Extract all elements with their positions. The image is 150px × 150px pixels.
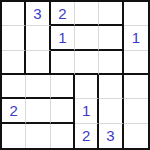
given-digit: 3	[33, 6, 41, 21]
cell-r6c1[interactable]	[2, 124, 26, 148]
given-digit: 2	[82, 128, 90, 143]
cell-r4c5[interactable]	[99, 75, 123, 99]
given-digit: 2	[9, 103, 17, 118]
cell-r6c5[interactable]: 3	[99, 124, 123, 148]
cell-r1c6[interactable]	[124, 2, 148, 26]
cell-r6c6[interactable]	[124, 124, 148, 148]
given-digit: 2	[58, 6, 66, 21]
cell-r4c4[interactable]	[75, 75, 99, 99]
cell-r6c2[interactable]	[26, 124, 50, 148]
cell-r6c3[interactable]	[51, 124, 75, 148]
puzzle-board: 32112123	[0, 0, 150, 150]
cell-r1c1[interactable]	[2, 2, 26, 26]
cell-r2c4[interactable]	[75, 26, 99, 50]
given-digit: 1	[58, 30, 66, 45]
cell-r4c1[interactable]	[2, 75, 26, 99]
cell-r1c2[interactable]: 3	[26, 2, 50, 26]
cell-r5c1[interactable]: 2	[2, 99, 26, 123]
cell-r1c5[interactable]	[99, 2, 123, 26]
cell-r2c2[interactable]	[26, 26, 50, 50]
given-digit: 1	[82, 103, 90, 118]
cell-r5c6[interactable]	[124, 99, 148, 123]
given-digit: 3	[106, 128, 114, 143]
cell-r5c5[interactable]	[99, 99, 123, 123]
cell-r2c1[interactable]	[2, 26, 26, 50]
cell-r3c2[interactable]	[26, 51, 50, 75]
cell-r3c3[interactable]	[51, 51, 75, 75]
cell-r5c2[interactable]	[26, 99, 50, 123]
cell-r3c5[interactable]	[99, 51, 123, 75]
given-digit: 1	[132, 30, 140, 45]
cell-r4c3[interactable]	[51, 75, 75, 99]
cell-r3c4[interactable]	[75, 51, 99, 75]
cell-r4c6[interactable]	[124, 75, 148, 99]
cell-r1c4[interactable]	[75, 2, 99, 26]
cell-r6c4[interactable]: 2	[75, 124, 99, 148]
cell-r5c3[interactable]	[51, 99, 75, 123]
cell-r2c5[interactable]	[99, 26, 123, 50]
cell-r3c6[interactable]	[124, 51, 148, 75]
cell-r2c3[interactable]: 1	[51, 26, 75, 50]
cell-r3c1[interactable]	[2, 51, 26, 75]
cell-r2c6[interactable]: 1	[124, 26, 148, 50]
cell-r5c4[interactable]: 1	[75, 99, 99, 123]
cell-r4c2[interactable]	[26, 75, 50, 99]
cell-r1c3[interactable]: 2	[51, 2, 75, 26]
